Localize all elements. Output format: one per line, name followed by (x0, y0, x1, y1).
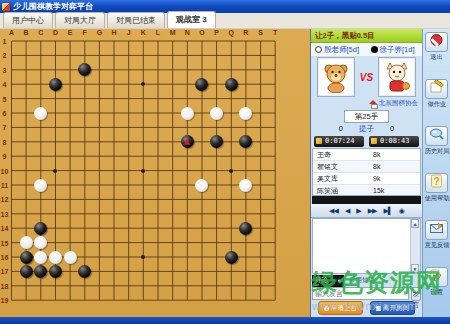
club-row: 北辰围棋协会 (311, 98, 422, 109)
white-stone-E16 (64, 251, 77, 264)
white-stone-N6 (181, 107, 194, 120)
white-stone-R6 (239, 107, 252, 120)
coord-col-K: K (141, 29, 146, 36)
white-time-value: 0:07:24 (325, 137, 355, 145)
cat-avatar-icon (382, 61, 412, 93)
leave-button-label: 离开房间 (383, 304, 409, 313)
comment-dropdown[interactable]: 评论 ▾ (312, 275, 344, 287)
spectator-row-2[interactable]: 瞿铭文 8k (313, 161, 420, 173)
right-toolbar: 退出 做作业 历史对局? 使用帮助 意见反馈 设置 (422, 29, 450, 317)
app-logo-icon (2, 3, 10, 11)
white-stone-R11 (239, 179, 252, 192)
black-player: 徐子骅[1d] (367, 45, 423, 55)
coord-row-17: 17 (0, 268, 9, 275)
coord-row-13: 13 (0, 210, 9, 217)
spectator-name: 吴文库 (317, 173, 338, 184)
timers-row: 0:07:24 0:08:43 (311, 134, 422, 148)
spectator-name: 王奇 (317, 149, 331, 160)
toolbar-label: 设置 (430, 288, 442, 297)
settings-icon (429, 268, 444, 286)
coord-row-4: 4 (0, 81, 9, 88)
star-point-Q10 (229, 169, 233, 173)
black-stone-D4 (49, 78, 62, 91)
white-stone-B15 (20, 236, 33, 249)
coord-row-1: 1 (0, 38, 9, 45)
black-stone-Q16 (225, 251, 238, 264)
white-stone-C16 (34, 251, 47, 264)
coord-col-T: T (273, 29, 277, 36)
toolbar-label: 使用帮助 (424, 194, 449, 203)
white-captures: 0 (339, 124, 343, 133)
captures-label: 提子 (359, 124, 374, 134)
black-stone-Q4 (225, 78, 238, 91)
coord-col-J: J (127, 29, 131, 36)
white-stone-P6 (210, 107, 223, 120)
coord-col-B: B (24, 29, 29, 36)
white-timer: 0:07:24 (314, 136, 364, 147)
join-game-button[interactable]: 申请上台 (318, 301, 363, 315)
leave-button-icon (376, 306, 381, 311)
white-stone-icon (315, 46, 322, 53)
white-stone-D16 (49, 251, 62, 264)
coord-col-R: R (243, 29, 248, 36)
black-stone-B17 (20, 265, 33, 278)
coord-col-D: D (53, 29, 58, 36)
send-button[interactable]: 发言 (411, 287, 421, 301)
star-point-K10 (141, 169, 145, 173)
black-stone-D17 (49, 265, 62, 278)
move-row: 第25手 (311, 109, 422, 123)
spectator-rank: 8k (373, 161, 380, 172)
tab-strip: 用户中心对局大厅对局已结束观战室 3 (0, 13, 450, 29)
avatar-row: VS (311, 56, 422, 98)
clock-icon (316, 138, 322, 144)
coord-col-N: N (185, 29, 190, 36)
spectator-rank: 8k (373, 149, 380, 160)
coord-row-7: 7 (0, 124, 9, 131)
scroll-up-icon[interactable]: ▲ (411, 219, 419, 228)
coord-row-14: 14 (0, 225, 9, 232)
white-stone-C6 (34, 107, 47, 120)
no-entry-icon (429, 33, 444, 51)
tab-2[interactable]: 对局大厅 (55, 12, 105, 28)
coord-col-H: H (112, 29, 117, 36)
coord-col-S: S (258, 29, 263, 36)
handicap-rule-bar: 让2子，黑贴0.5目 (311, 29, 422, 43)
playback-bar: ◀◀◀▶▶▶▶▌◉ (311, 204, 422, 218)
black-time-value: 0:08:43 (380, 137, 410, 145)
club-house-icon (369, 100, 377, 107)
spectator-row-1[interactable]: 王奇 8k (313, 149, 420, 161)
fast-forward-button[interactable]: ▶▶ (368, 204, 377, 217)
black-player-name: 徐子骅[1d] (380, 45, 415, 55)
status-bar (0, 317, 450, 324)
toolbar-label: 意见反馈 (424, 241, 449, 250)
white-player-name: 殷老师[5d] (324, 45, 359, 55)
spectator-rank: 15k (373, 185, 384, 196)
coord-row-2: 2 (0, 52, 9, 59)
spectator-name: 陈笑涵 (317, 185, 338, 196)
coord-col-F: F (83, 29, 87, 36)
common-phrases-link[interactable]: 常用短语 (349, 276, 375, 285)
game-info-panel: 让2子，黑贴0.5目 殷老师[5d] 徐子骅[1d] (310, 29, 422, 317)
black-timer: 0:08:43 (369, 136, 419, 147)
join-button-label: 申请上台 (331, 304, 357, 313)
help-icon: ? (429, 174, 444, 192)
coord-col-Q: Q (229, 29, 234, 36)
coord-col-A: A (9, 29, 14, 36)
bear-avatar-icon (321, 61, 351, 93)
comment-dropdown-label: 评论 (315, 276, 328, 285)
coord-col-O: O (199, 29, 204, 36)
move-number: 第25手 (344, 110, 389, 123)
players-row: 殷老师[5d] 徐子骅[1d] (311, 43, 422, 56)
coord-col-M: M (170, 29, 176, 36)
coord-col-C: C (38, 29, 43, 36)
tab-3[interactable]: 对局已结束 (107, 12, 165, 28)
scroll-down-icon[interactable]: ▼ (411, 264, 419, 273)
coord-row-5: 5 (0, 95, 9, 102)
black-stone-B16 (20, 251, 33, 264)
white-player-avatar (317, 57, 355, 97)
black-stone-icon (371, 46, 378, 53)
coord-row-16: 16 (0, 254, 9, 261)
coord-row-12: 12 (0, 196, 9, 203)
spectator-name: 瞿铭文 (317, 161, 338, 172)
go-board: ABCDEFGHJKLMNOPQRST123456789101112131415… (0, 29, 310, 317)
tab-1[interactable]: 用户中心 (3, 12, 53, 28)
pencil-icon (429, 80, 444, 98)
app-window: 少儿围棋教学对弈平台 用户中心对局大厅对局已结束观战室 3 ABCDEFGHJK… (0, 0, 450, 324)
coord-col-L: L (156, 29, 160, 36)
toolbar-button-help[interactable]: ? 使用帮助 (424, 173, 450, 218)
coord-row-6: 6 (0, 110, 9, 117)
feedback-icon (429, 221, 444, 239)
toolbar-label: 退出 (430, 53, 442, 62)
tab-4[interactable]: 观战室 3 (167, 11, 216, 28)
toolbar-button-settings[interactable]: 设置 (424, 267, 450, 312)
coord-row-15: 15 (0, 239, 9, 246)
selected-list-row[interactable] (312, 196, 421, 204)
stop-button[interactable]: ◉ (399, 204, 404, 217)
black-captures: 0 (390, 124, 394, 133)
coord-row-3: 3 (0, 66, 9, 73)
step-forward-button[interactable]: ▶ (356, 204, 360, 217)
coord-col-E: E (68, 29, 73, 36)
last-move-marker (184, 138, 190, 144)
white-stone-C11 (34, 179, 47, 192)
black-player-avatar (378, 57, 416, 97)
coord-col-G: G (97, 29, 102, 36)
chat-area: ▲ ▼ (312, 218, 421, 274)
coord-row-8: 8 (0, 138, 9, 145)
chat-controls: 评论 ▾ 常用短语 发言 申请上台 离开房间 (311, 274, 422, 317)
toolbar-label: 做作业 (427, 100, 446, 109)
spectator-row-4[interactable]: 陈笑涵 15k (313, 185, 420, 196)
coord-row-19: 19 (0, 297, 9, 304)
to-end-button[interactable]: ▶▌ (383, 204, 391, 217)
spectator-rank: 9k (373, 173, 380, 184)
toolbar-button-feedback[interactable]: 意见反馈 (424, 220, 450, 265)
join-button-icon (324, 306, 329, 311)
toolbar-button-history[interactable]: 历史对局 (424, 126, 450, 171)
coord-row-11: 11 (0, 182, 9, 189)
white-stone-O11 (195, 179, 208, 192)
leave-room-button[interactable]: 离开房间 (370, 301, 415, 315)
spectator-row-3[interactable]: 吴文库 9k (313, 173, 420, 185)
vs-label: VS (360, 72, 373, 83)
to-start-button[interactable]: ◀◀ (329, 204, 338, 217)
black-stone-C14 (34, 222, 47, 235)
spectator-list: 王奇 8k瞿铭文 8k吴文库 9k陈笑涵 15k (312, 148, 421, 196)
coord-row-18: 18 (0, 282, 9, 289)
captures-row: 0 提子 0 (311, 123, 422, 134)
clock-icon (371, 138, 377, 144)
chat-input[interactable] (312, 287, 409, 300)
step-back-button[interactable]: ◀ (345, 204, 349, 217)
chat-scrollbar[interactable]: ▲ ▼ (410, 219, 420, 273)
toolbar-button-no-entry[interactable]: 退出 (424, 32, 450, 77)
coord-row-10: 10 (0, 167, 9, 174)
white-player: 殷老师[5d] (311, 45, 367, 55)
toolbar-button-pencil[interactable]: 做作业 (424, 79, 450, 124)
coord-row-9: 9 (0, 153, 9, 160)
club-name: 北辰围棋协会 (379, 99, 418, 108)
coord-col-P: P (214, 29, 219, 36)
svg-text:?: ? (433, 176, 439, 187)
toolbar-label: 历史对局 (424, 147, 449, 156)
history-icon (429, 127, 444, 145)
chevron-down-icon: ▾ (338, 277, 341, 285)
